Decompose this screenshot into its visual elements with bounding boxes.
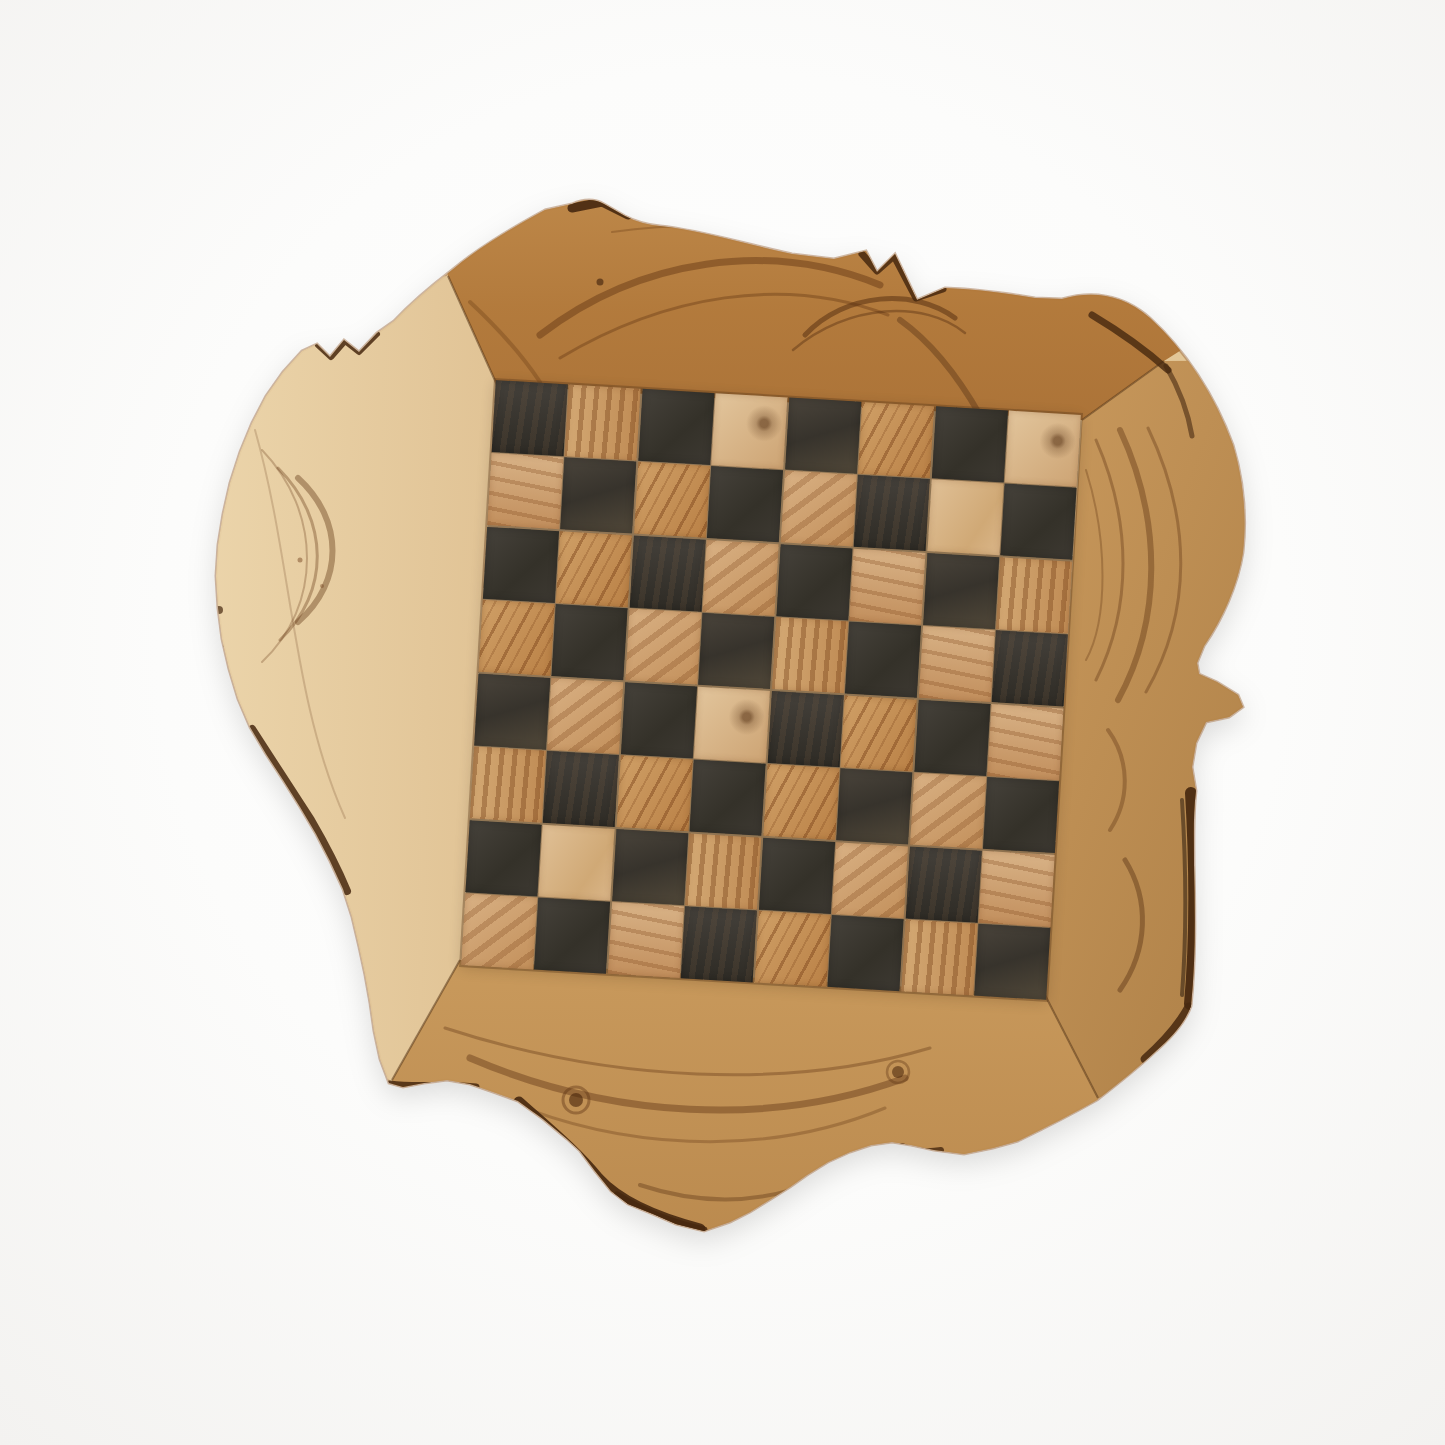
frame-left-piece	[140, 276, 497, 1080]
square-h5	[992, 631, 1068, 707]
square-e1	[754, 911, 830, 987]
square-d1	[681, 906, 757, 982]
chess-board	[461, 380, 1081, 1000]
square-a4	[474, 673, 550, 749]
square-b8	[565, 384, 641, 460]
square-d5	[698, 613, 774, 689]
square-e8	[785, 398, 861, 474]
square-f8	[858, 402, 934, 478]
square-a3	[470, 747, 546, 823]
square-d6	[703, 540, 779, 616]
square-g2	[905, 846, 981, 922]
square-e4	[767, 691, 843, 767]
square-g8	[931, 406, 1007, 482]
square-c1	[608, 902, 684, 978]
square-g7	[927, 480, 1003, 556]
square-a5	[479, 600, 555, 676]
square-f2	[832, 842, 908, 918]
square-f1	[828, 915, 904, 991]
square-h8	[1005, 411, 1081, 487]
square-e6	[776, 544, 852, 620]
square-c4	[621, 682, 697, 758]
square-c2	[612, 829, 688, 905]
square-g5	[918, 626, 994, 702]
square-f3	[836, 768, 912, 844]
square-c5	[625, 609, 701, 685]
square-f6	[849, 549, 925, 625]
square-h3	[983, 777, 1059, 853]
square-d3	[690, 760, 766, 836]
square-b3	[543, 751, 619, 827]
square-h6	[996, 557, 1072, 633]
square-c8	[638, 389, 714, 465]
square-g4	[914, 700, 990, 776]
square-a1	[461, 893, 537, 969]
square-c7	[634, 462, 710, 538]
square-c3	[616, 755, 692, 831]
square-e7	[781, 471, 857, 547]
square-a2	[465, 820, 541, 896]
square-d2	[685, 833, 761, 909]
square-h1	[974, 924, 1050, 1000]
square-d8	[712, 393, 788, 469]
square-g6	[923, 553, 999, 629]
square-e5	[772, 617, 848, 693]
square-b7	[561, 458, 637, 534]
square-h7	[1000, 484, 1076, 560]
frame-top-piece	[420, 140, 1260, 420]
square-b4	[548, 678, 624, 754]
square-e3	[763, 764, 839, 840]
square-b5	[552, 604, 628, 680]
square-d4	[694, 686, 770, 762]
square-f5	[845, 622, 921, 698]
square-a8	[492, 380, 568, 456]
photo-scene	[0, 0, 1445, 1445]
square-g3	[910, 773, 986, 849]
square-b1	[534, 898, 610, 974]
square-e2	[759, 837, 835, 913]
square-b2	[539, 824, 615, 900]
square-h2	[979, 850, 1055, 926]
square-b6	[556, 531, 632, 607]
square-g1	[901, 919, 977, 995]
square-d7	[707, 467, 783, 543]
square-a7	[487, 453, 563, 529]
square-f4	[841, 695, 917, 771]
square-a6	[483, 527, 559, 603]
square-c6	[630, 535, 706, 611]
square-h4	[987, 704, 1063, 780]
square-f7	[854, 475, 930, 551]
